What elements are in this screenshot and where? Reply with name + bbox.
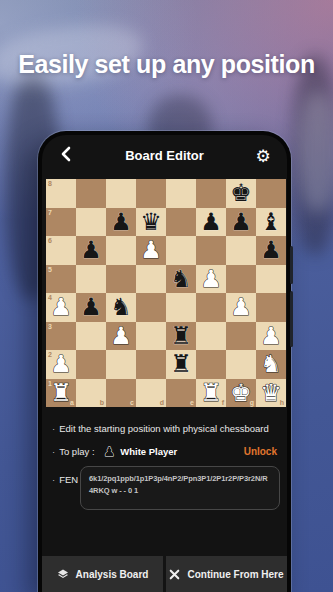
square-c4[interactable]: ♞ [106, 293, 136, 322]
x-icon [169, 569, 180, 580]
square-e3[interactable]: ♜ [166, 322, 196, 351]
square-f1[interactable]: f♜ [196, 379, 226, 408]
square-a2[interactable]: 2♟ [46, 350, 76, 379]
square-b2[interactable] [76, 350, 106, 379]
analysis-board-button[interactable]: Analysis Board [42, 556, 163, 592]
piece-white-knight: ♞ [260, 352, 282, 376]
piece-black-pawn: ♟ [200, 210, 222, 234]
file-label-f: f [222, 399, 224, 406]
square-a6[interactable]: 6 [46, 236, 76, 265]
piece-black-pawn: ♟ [110, 210, 132, 234]
rank-label-4: 4 [48, 294, 52, 301]
fen-label: · FEN [52, 474, 78, 485]
file-label-d: d [160, 399, 164, 406]
square-e4[interactable] [166, 293, 196, 322]
piece-white-rook: ♜ [50, 381, 72, 405]
file-label-c: c [130, 399, 134, 406]
square-h4[interactable] [256, 293, 286, 322]
square-h3[interactable]: ♟ [256, 322, 286, 351]
piece-white-pawn: ♟ [200, 267, 222, 291]
square-d6[interactable]: ♟ [136, 236, 166, 265]
to-play-value: White Player [120, 446, 177, 457]
piece-white-rook: ♜ [200, 381, 222, 405]
hero-title: Easily set up any position [0, 50, 333, 79]
piece-black-king: ♚ [230, 181, 252, 205]
phone-mockup: Board Editor ⚙ 8♚7♟♛♟♟♝6♟♟♟5♞♟4♟♟♞♟3♟♜♟2… [38, 131, 291, 592]
square-h5[interactable] [256, 265, 286, 294]
bullet: · [52, 423, 55, 434]
file-label-h: h [280, 399, 284, 406]
chess-board: 8♚7♟♛♟♟♝6♟♟♟5♞♟4♟♟♞♟3♟♜♟2♟♜♞1a♜bcdef♜g♚h… [46, 179, 286, 407]
file-label-b: b [100, 399, 104, 406]
to-play-label: To play : [59, 446, 94, 457]
square-a8[interactable]: 8 [46, 179, 76, 208]
layers-icon [57, 568, 69, 580]
edit-instruction: · Edit the starting position with physic… [52, 423, 277, 434]
square-c1[interactable]: c [106, 379, 136, 408]
bullet: · [52, 446, 55, 457]
square-b4[interactable]: ♟ [76, 293, 106, 322]
square-e6[interactable] [166, 236, 196, 265]
piece-white-pawn: ♟ [260, 324, 282, 348]
piece-white-pawn: ♟ [110, 324, 132, 348]
square-d8[interactable] [136, 179, 166, 208]
square-a5[interactable]: 5 [46, 265, 76, 294]
square-a4[interactable]: 4♟ [46, 293, 76, 322]
rank-label-1: 1 [48, 380, 52, 387]
piece-black-pawn: ♟ [80, 238, 102, 262]
rank-label-3: 3 [48, 323, 52, 330]
square-b1[interactable]: b [76, 379, 106, 408]
square-d5[interactable] [136, 265, 166, 294]
square-b5[interactable] [76, 265, 106, 294]
square-g3[interactable] [226, 322, 256, 351]
piece-black-knight: ♞ [170, 267, 192, 291]
piece-white-queen: ♛ [260, 381, 282, 405]
square-f8[interactable] [196, 179, 226, 208]
piece-white-pawn: ♟ [50, 352, 72, 376]
blurred-chess-piece-silhouette [298, 92, 333, 212]
pawn-icon: ♟ [104, 444, 116, 459]
piece-black-bishop: ♝ [260, 210, 282, 234]
square-e8[interactable] [166, 179, 196, 208]
phone-screen: Board Editor ⚙ 8♚7♟♛♟♟♝6♟♟♟5♞♟4♟♟♞♟3♟♜♟2… [42, 135, 287, 592]
square-f6[interactable] [196, 236, 226, 265]
square-a1[interactable]: 1a♜ [46, 379, 76, 408]
unlock-button[interactable]: Unlock [244, 446, 277, 457]
square-h8[interactable] [256, 179, 286, 208]
square-g4[interactable]: ♟ [226, 293, 256, 322]
square-g7[interactable]: ♟ [226, 208, 256, 237]
settings-button[interactable]: ⚙ [251, 144, 275, 168]
to-play-row: · To play : ♟ White Player Unlock [52, 444, 277, 459]
square-d2[interactable] [136, 350, 166, 379]
square-d1[interactable]: d [136, 379, 166, 408]
piece-black-queen: ♛ [140, 210, 162, 234]
square-c8[interactable] [106, 179, 136, 208]
square-d7[interactable]: ♛ [136, 208, 166, 237]
piece-white-pawn: ♟ [50, 295, 72, 319]
piece-black-knight: ♞ [110, 295, 132, 319]
rank-label-6: 6 [48, 237, 52, 244]
phone-power-button [290, 291, 293, 347]
phone-volume-button [290, 246, 293, 284]
square-c3[interactable]: ♟ [106, 322, 136, 351]
square-f2[interactable] [196, 350, 226, 379]
rank-label-8: 8 [48, 180, 52, 187]
square-a7[interactable]: 7 [46, 208, 76, 237]
piece-black-pawn: ♟ [260, 238, 282, 262]
file-label-g: g [250, 399, 254, 406]
piece-black-pawn: ♟ [80, 295, 102, 319]
square-b3[interactable] [76, 322, 106, 351]
square-f7[interactable]: ♟ [196, 208, 226, 237]
square-g5[interactable] [226, 265, 256, 294]
square-e7[interactable] [166, 208, 196, 237]
fen-label-text: FEN [59, 474, 78, 485]
rank-label-7: 7 [48, 209, 52, 216]
square-b8[interactable] [76, 179, 106, 208]
square-f5[interactable]: ♟ [196, 265, 226, 294]
square-d3[interactable] [136, 322, 166, 351]
rank-label-2: 2 [48, 351, 52, 358]
square-c2[interactable] [106, 350, 136, 379]
square-d4[interactable] [136, 293, 166, 322]
square-h7[interactable]: ♝ [256, 208, 286, 237]
piece-white-pawn: ♟ [230, 295, 252, 319]
square-c5[interactable] [106, 265, 136, 294]
square-b7[interactable] [76, 208, 106, 237]
piece-black-rook: ♜ [170, 324, 192, 348]
bottom-action-bar: Analysis Board Continue From Here [42, 556, 287, 592]
square-e5[interactable]: ♞ [166, 265, 196, 294]
square-e1[interactable]: e [166, 379, 196, 408]
square-h2[interactable]: ♞ [256, 350, 286, 379]
file-label-e: e [190, 399, 194, 406]
analysis-board-label: Analysis Board [76, 569, 149, 580]
gear-icon: ⚙ [255, 146, 270, 166]
edit-instruction-text: Edit the starting position with physical… [59, 423, 269, 434]
square-h1[interactable]: h♛ [256, 379, 286, 408]
piece-white-pawn: ♟ [140, 238, 162, 262]
square-g2[interactable] [226, 350, 256, 379]
square-c7[interactable]: ♟ [106, 208, 136, 237]
square-g6[interactable] [226, 236, 256, 265]
square-f4[interactable] [196, 293, 226, 322]
square-h6[interactable]: ♟ [256, 236, 286, 265]
piece-black-pawn: ♟ [230, 210, 252, 234]
square-e2[interactable]: ♜ [166, 350, 196, 379]
continue-from-here-button[interactable]: Continue From Here [166, 556, 287, 592]
rank-label-5: 5 [48, 266, 52, 273]
continue-from-here-label: Continue From Here [187, 569, 283, 580]
square-g8[interactable]: ♚ [226, 179, 256, 208]
square-f3[interactable] [196, 322, 226, 351]
square-g1[interactable]: g♚ [226, 379, 256, 408]
bullet: · [52, 474, 55, 485]
file-label-a: a [70, 399, 74, 406]
app-header: Board Editor ⚙ [42, 135, 287, 175]
piece-black-rook: ♜ [170, 352, 192, 376]
square-a3[interactable]: 3 [46, 322, 76, 351]
fen-input[interactable]: 6k1/2pq1ppb/1p1P3p/4nP2/Ppn3P1/2P1r2P/P3… [80, 466, 280, 510]
piece-white-king: ♚ [230, 381, 252, 405]
square-c6[interactable] [106, 236, 136, 265]
square-b6[interactable]: ♟ [76, 236, 106, 265]
